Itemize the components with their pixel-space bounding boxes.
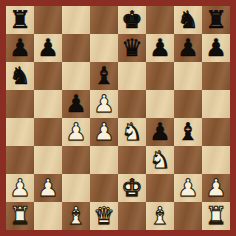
square-h1[interactable]: ♜ (202, 202, 230, 230)
square-f4[interactable]: ♟ (146, 118, 174, 146)
square-c4[interactable]: ♟ (62, 118, 90, 146)
piece-black-pawn: ♟ (202, 34, 230, 62)
square-h7[interactable]: ♟ (202, 34, 230, 62)
square-e8[interactable]: ♚ (118, 6, 146, 34)
square-h4[interactable] (202, 118, 230, 146)
square-d4[interactable]: ♟ (90, 118, 118, 146)
piece-black-king: ♚ (118, 6, 146, 34)
square-h5[interactable] (202, 90, 230, 118)
piece-white-pawn: ♟ (202, 174, 230, 202)
piece-black-pawn: ♟ (62, 90, 90, 118)
piece-white-bishop: ♝ (146, 202, 174, 230)
square-g2[interactable]: ♟ (174, 174, 202, 202)
piece-white-queen: ♛ (90, 202, 118, 230)
square-b3[interactable] (34, 146, 62, 174)
square-a4[interactable] (6, 118, 34, 146)
piece-black-pawn: ♟ (146, 34, 174, 62)
square-a5[interactable] (6, 90, 34, 118)
square-c8[interactable] (62, 6, 90, 34)
square-h2[interactable]: ♟ (202, 174, 230, 202)
square-e7[interactable]: ♛ (118, 34, 146, 62)
square-e2[interactable]: ♚ (118, 174, 146, 202)
square-d6[interactable]: ♝ (90, 62, 118, 90)
square-c2[interactable] (62, 174, 90, 202)
square-a7[interactable]: ♟ (6, 34, 34, 62)
square-h3[interactable] (202, 146, 230, 174)
piece-white-pawn: ♟ (6, 174, 34, 202)
square-f3[interactable]: ♞ (146, 146, 174, 174)
piece-black-bishop: ♝ (174, 118, 202, 146)
square-d7[interactable] (90, 34, 118, 62)
square-f2[interactable] (146, 174, 174, 202)
square-b4[interactable] (34, 118, 62, 146)
square-f1[interactable]: ♝ (146, 202, 174, 230)
piece-black-pawn: ♟ (146, 118, 174, 146)
square-b1[interactable] (34, 202, 62, 230)
piece-white-bishop: ♝ (62, 202, 90, 230)
square-e6[interactable] (118, 62, 146, 90)
piece-black-rook: ♜ (202, 6, 230, 34)
square-a8[interactable]: ♜ (6, 6, 34, 34)
piece-white-rook: ♜ (6, 202, 34, 230)
square-f7[interactable]: ♟ (146, 34, 174, 62)
square-h6[interactable] (202, 62, 230, 90)
piece-white-king: ♚ (118, 174, 146, 202)
square-a2[interactable]: ♟ (6, 174, 34, 202)
square-c5[interactable]: ♟ (62, 90, 90, 118)
square-c1[interactable]: ♝ (62, 202, 90, 230)
piece-black-pawn: ♟ (34, 34, 62, 62)
piece-white-pawn: ♟ (174, 174, 202, 202)
square-h8[interactable]: ♜ (202, 6, 230, 34)
square-e5[interactable] (118, 90, 146, 118)
square-e4[interactable]: ♞ (118, 118, 146, 146)
square-g3[interactable] (174, 146, 202, 174)
piece-black-knight: ♞ (6, 62, 34, 90)
piece-black-knight: ♞ (174, 6, 202, 34)
chess-board: ♜♚♞♜♟♟♛♟♟♟♞♝♟♟♟♟♞♟♝♞♟♟♚♟♟♜♝♛♝♜ (6, 6, 230, 230)
piece-white-pawn: ♟ (90, 118, 118, 146)
piece-black-queen: ♛ (118, 34, 146, 62)
square-a6[interactable]: ♞ (6, 62, 34, 90)
square-g8[interactable]: ♞ (174, 6, 202, 34)
square-b2[interactable]: ♟ (34, 174, 62, 202)
piece-white-knight: ♞ (146, 146, 174, 174)
square-c7[interactable] (62, 34, 90, 62)
square-g7[interactable]: ♟ (174, 34, 202, 62)
piece-white-pawn: ♟ (62, 118, 90, 146)
square-g4[interactable]: ♝ (174, 118, 202, 146)
square-b5[interactable] (34, 90, 62, 118)
piece-white-pawn: ♟ (34, 174, 62, 202)
square-g1[interactable] (174, 202, 202, 230)
square-d2[interactable] (90, 174, 118, 202)
square-f6[interactable] (146, 62, 174, 90)
square-d5[interactable]: ♟ (90, 90, 118, 118)
square-g5[interactable] (174, 90, 202, 118)
square-c6[interactable] (62, 62, 90, 90)
piece-white-rook: ♜ (202, 202, 230, 230)
square-g6[interactable] (174, 62, 202, 90)
square-c3[interactable] (62, 146, 90, 174)
chess-board-frame: ♜♚♞♜♟♟♛♟♟♟♞♝♟♟♟♟♞♟♝♞♟♟♚♟♟♜♝♛♝♜ (0, 0, 236, 236)
square-f5[interactable] (146, 90, 174, 118)
square-d1[interactable]: ♛ (90, 202, 118, 230)
square-d3[interactable] (90, 146, 118, 174)
piece-black-pawn: ♟ (6, 34, 34, 62)
square-a3[interactable] (6, 146, 34, 174)
piece-white-pawn: ♟ (90, 90, 118, 118)
piece-black-pawn: ♟ (174, 34, 202, 62)
square-a1[interactable]: ♜ (6, 202, 34, 230)
square-b6[interactable] (34, 62, 62, 90)
piece-black-rook: ♜ (6, 6, 34, 34)
square-d8[interactable] (90, 6, 118, 34)
piece-black-bishop: ♝ (90, 62, 118, 90)
square-e1[interactable] (118, 202, 146, 230)
square-f8[interactable] (146, 6, 174, 34)
square-e3[interactable] (118, 146, 146, 174)
piece-white-knight: ♞ (118, 118, 146, 146)
square-b7[interactable]: ♟ (34, 34, 62, 62)
square-b8[interactable] (34, 6, 62, 34)
